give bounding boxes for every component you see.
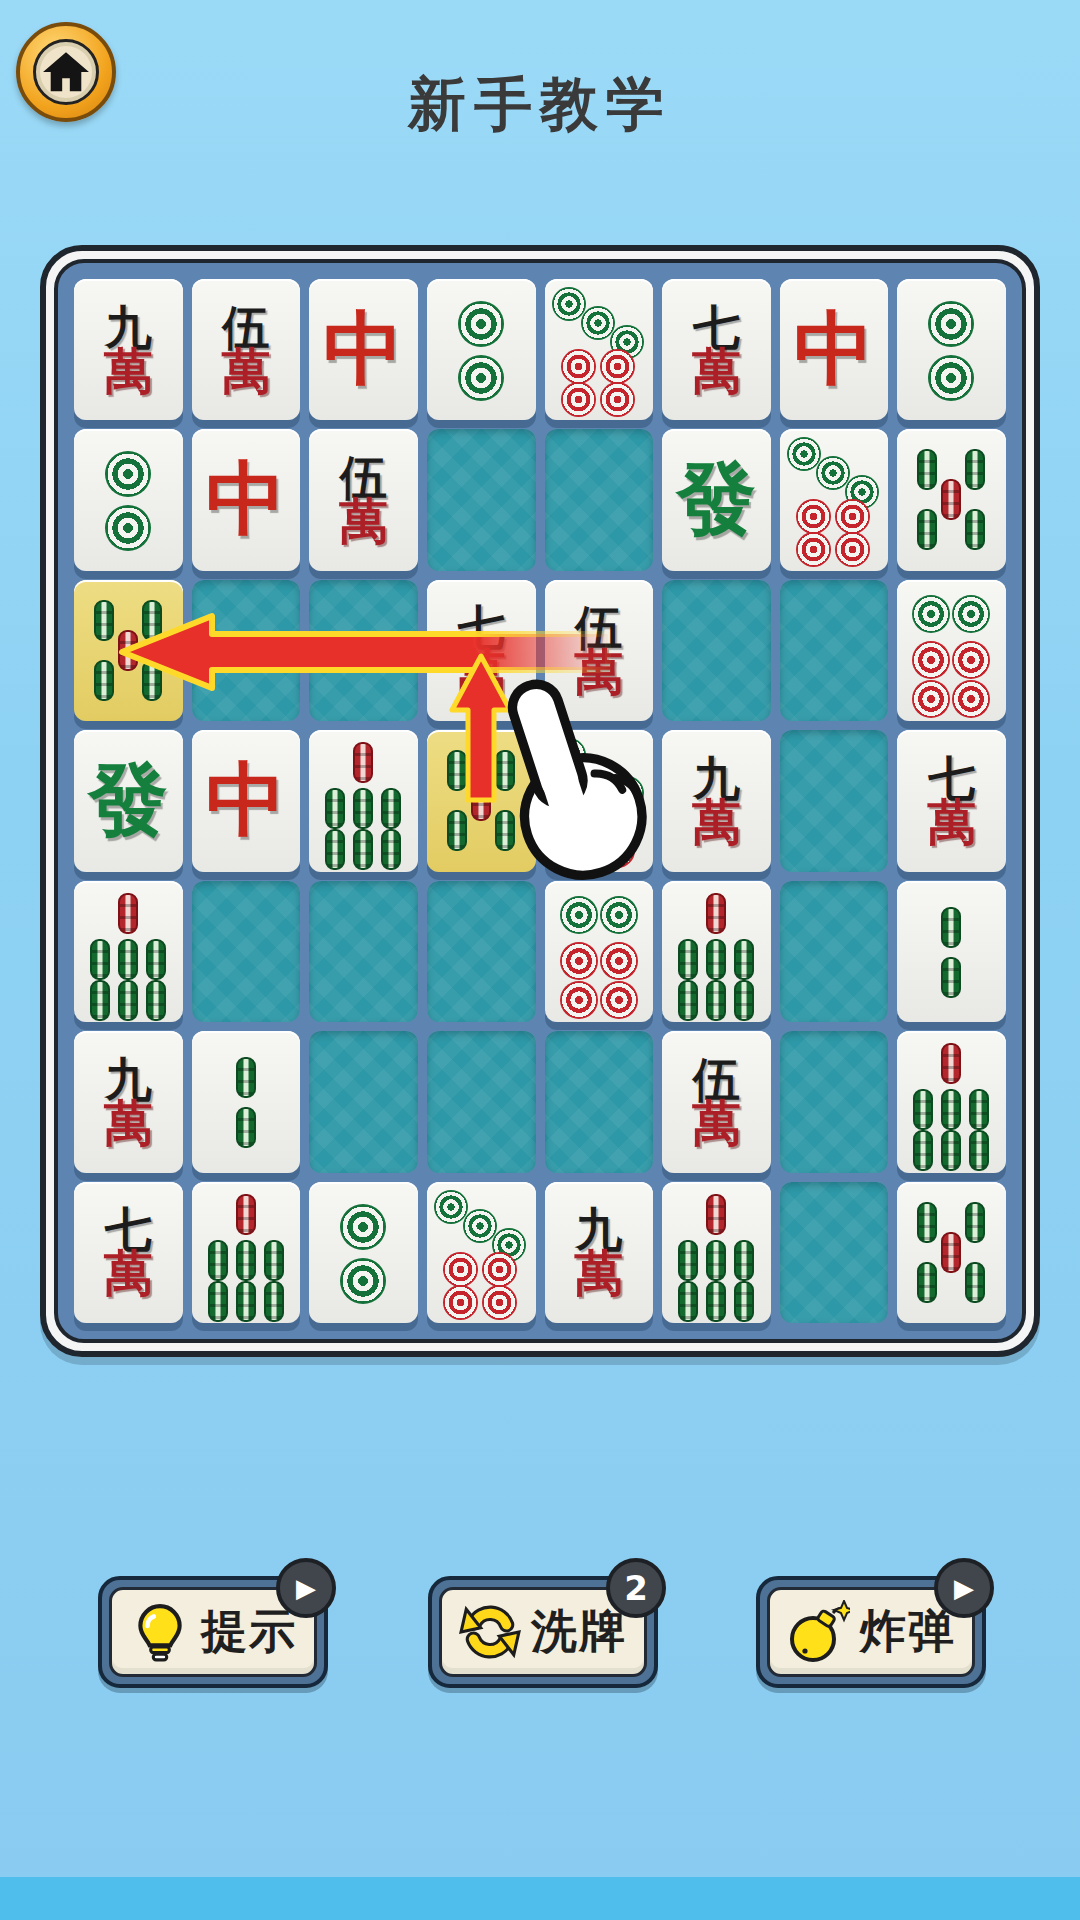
- empty-cell-r7c7: [780, 1182, 889, 1323]
- tile-5w-r6c6[interactable]: 伍萬: [662, 1031, 771, 1172]
- page-title: 新手教学: [0, 66, 1080, 144]
- tile-2t-r2c1[interactable]: [74, 429, 183, 570]
- tile-5s-r2c8[interactable]: [897, 429, 1006, 570]
- tile-7s-r7c6[interactable]: [662, 1182, 771, 1323]
- tile-7t-r2c7[interactable]: [780, 429, 889, 570]
- tile-5s-r4c4[interactable]: [427, 730, 536, 871]
- tile-rd-r2c2[interactable]: 中: [192, 429, 301, 570]
- tile-9w-r7c5[interactable]: 九萬: [545, 1182, 654, 1323]
- tile-5w-r3c5[interactable]: 伍萬: [545, 580, 654, 721]
- bottom-strip: [0, 1877, 1080, 1920]
- tile-7t-r7c4[interactable]: [427, 1182, 536, 1323]
- empty-cell-r6c5: [545, 1031, 654, 1172]
- tile-2t-r1c4[interactable]: [427, 279, 536, 420]
- tile-gd-r4c1[interactable]: 發: [74, 730, 183, 871]
- hint-button-label: 提示: [201, 1601, 297, 1663]
- empty-cell-r6c4: [427, 1031, 536, 1172]
- tile-5w-r1c2[interactable]: 伍萬: [192, 279, 301, 420]
- tile-gd-r2c6[interactable]: 發: [662, 429, 771, 570]
- tile-7w-r7c1[interactable]: 七萬: [74, 1182, 183, 1323]
- tile-2t-r7c3[interactable]: [309, 1182, 418, 1323]
- empty-cell-r6c3: [309, 1031, 418, 1172]
- tile-5s-r7c8[interactable]: [897, 1182, 1006, 1323]
- bomb-button[interactable]: 炸弹 ▶: [756, 1576, 986, 1688]
- empty-cell-r5c3: [309, 881, 418, 1022]
- bomb-video-badge: ▶: [934, 1558, 994, 1618]
- bomb-button-label: 炸弹: [860, 1601, 956, 1663]
- tile-7s-r5c1[interactable]: [74, 881, 183, 1022]
- tile-2s-r6c2[interactable]: [192, 1031, 301, 1172]
- tile-2s-r5c8[interactable]: [897, 881, 1006, 1022]
- empty-cell-r6c7: [780, 1031, 889, 1172]
- tile-7t-r1c5[interactable]: [545, 279, 654, 420]
- shuffle-button[interactable]: 洗牌 2: [428, 1576, 658, 1688]
- tile-2t-r1c8[interactable]: [897, 279, 1006, 420]
- tile-7w-r1c6[interactable]: 七萬: [662, 279, 771, 420]
- tile-5w-r2c3[interactable]: 伍萬: [309, 429, 418, 570]
- lightbulb-icon: [129, 1601, 191, 1663]
- tile-7s-r7c2[interactable]: [192, 1182, 301, 1323]
- board: 九萬伍萬中七萬中中伍萬發七萬伍萬發中九萬七萬九萬伍萬七萬九萬: [54, 259, 1026, 1343]
- tile-7s-r6c8[interactable]: [897, 1031, 1006, 1172]
- tile-rd-r1c3[interactable]: 中: [309, 279, 418, 420]
- tile-rd-r1c7[interactable]: 中: [780, 279, 889, 420]
- tile-7t-r4c5[interactable]: [545, 730, 654, 871]
- board-frame: 九萬伍萬中七萬中中伍萬發七萬伍萬發中九萬七萬九萬伍萬七萬九萬: [40, 245, 1040, 1357]
- bomb-icon: [786, 1600, 850, 1664]
- hint-button[interactable]: 提示 ▶: [98, 1576, 328, 1688]
- tile-9w-r6c1[interactable]: 九萬: [74, 1031, 183, 1172]
- empty-cell-r2c5: [545, 429, 654, 570]
- game-screen: 新手教学 九萬伍萬中七萬中中伍萬發七萬伍萬發中九萬七萬九萬伍萬七萬九萬: [0, 0, 1080, 1920]
- tile-7w-r4c8[interactable]: 七萬: [897, 730, 1006, 871]
- empty-cell-r3c3: [309, 580, 418, 721]
- shuffle-count-badge: 2: [606, 1558, 666, 1618]
- tile-7w-r3c4[interactable]: 七萬: [427, 580, 536, 721]
- shuffle-icon: [459, 1601, 521, 1663]
- tile-grid: 九萬伍萬中七萬中中伍萬發七萬伍萬發中九萬七萬九萬伍萬七萬九萬: [74, 279, 1006, 1323]
- tile-7s-r5c6[interactable]: [662, 881, 771, 1022]
- tile-7s-r4c3[interactable]: [309, 730, 418, 871]
- empty-cell-r3c6: [662, 580, 771, 721]
- tile-9w-r4c6[interactable]: 九萬: [662, 730, 771, 871]
- hint-video-badge: ▶: [276, 1558, 336, 1618]
- tile-6t-r5c5[interactable]: [545, 881, 654, 1022]
- empty-cell-r3c7: [780, 580, 889, 721]
- empty-cell-r3c2: [192, 580, 301, 721]
- tile-rd-r4c2[interactable]: 中: [192, 730, 301, 871]
- empty-cell-r4c7: [780, 730, 889, 871]
- tile-6t-r3c8[interactable]: [897, 580, 1006, 721]
- empty-cell-r5c4: [427, 881, 536, 1022]
- tile-5s-r3c1[interactable]: [74, 580, 183, 721]
- empty-cell-r5c2: [192, 881, 301, 1022]
- tile-9w-r1c1[interactable]: 九萬: [74, 279, 183, 420]
- empty-cell-r2c4: [427, 429, 536, 570]
- shuffle-button-label: 洗牌: [531, 1601, 627, 1663]
- empty-cell-r5c7: [780, 881, 889, 1022]
